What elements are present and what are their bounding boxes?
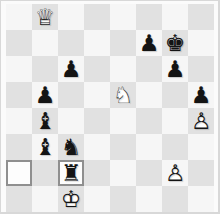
square-d3[interactable] — [84, 134, 110, 160]
square-h7[interactable] — [188, 30, 214, 56]
square-g5[interactable] — [162, 82, 188, 108]
square-c8[interactable] — [58, 4, 84, 30]
square-f6[interactable] — [136, 56, 162, 82]
piece-black-pawn[interactable]: ♟ — [32, 82, 58, 108]
square-d8[interactable] — [84, 4, 110, 30]
white-piece-outline-layer: ♙ — [162, 160, 188, 186]
square-e4[interactable] — [110, 108, 136, 134]
square-c1[interactable]: ♚♔ — [58, 186, 84, 212]
chess-panel: ♛♕♟♚♟♟♟♞♘♟♝♟♙♝♞♜♟♙♚♔ — [0, 0, 220, 214]
square-a5[interactable] — [6, 82, 32, 108]
square-h5[interactable]: ♟ — [188, 82, 214, 108]
piece-white-king[interactable]: ♚♔ — [58, 186, 84, 212]
black-piece-glyph: ♟ — [162, 56, 188, 82]
piece-white-pawn[interactable]: ♟♙ — [188, 108, 214, 134]
black-piece-glyph: ♟ — [58, 56, 84, 82]
square-d6[interactable] — [84, 56, 110, 82]
square-d4[interactable] — [84, 108, 110, 134]
white-piece-outline-layer: ♕ — [32, 4, 58, 30]
square-g3[interactable] — [162, 134, 188, 160]
chess-board: ♛♕♟♚♟♟♟♞♘♟♝♟♙♝♞♜♟♙♚♔ — [6, 4, 214, 212]
square-e5[interactable]: ♞♘ — [110, 82, 136, 108]
white-piece-outline-layer: ♘ — [110, 82, 136, 108]
black-piece-glyph: ♝ — [32, 134, 58, 160]
square-c7[interactable] — [58, 30, 84, 56]
square-d2[interactable] — [84, 160, 110, 186]
square-g7[interactable]: ♚ — [162, 30, 188, 56]
black-piece-glyph: ♝ — [32, 108, 58, 134]
square-c4[interactable] — [58, 108, 84, 134]
square-h3[interactable] — [188, 134, 214, 160]
square-g8[interactable] — [162, 4, 188, 30]
square-e3[interactable] — [110, 134, 136, 160]
square-d5[interactable] — [84, 82, 110, 108]
square-a3[interactable] — [6, 134, 32, 160]
black-piece-glyph: ♟ — [188, 82, 214, 108]
white-piece-outline-layer: ♔ — [58, 186, 84, 212]
square-a2[interactable] — [6, 160, 32, 186]
piece-black-king[interactable]: ♚ — [162, 30, 188, 56]
square-f2[interactable] — [136, 160, 162, 186]
white-piece-outline-layer: ♙ — [188, 108, 214, 134]
square-f4[interactable] — [136, 108, 162, 134]
square-a4[interactable] — [6, 108, 32, 134]
square-h1[interactable] — [188, 186, 214, 212]
square-h4[interactable]: ♟♙ — [188, 108, 214, 134]
square-f3[interactable] — [136, 134, 162, 160]
square-f5[interactable] — [136, 82, 162, 108]
square-b5[interactable]: ♟ — [32, 82, 58, 108]
square-b7[interactable] — [32, 30, 58, 56]
square-e8[interactable] — [110, 4, 136, 30]
piece-black-bishop[interactable]: ♝ — [32, 108, 58, 134]
square-g6[interactable]: ♟ — [162, 56, 188, 82]
black-piece-glyph: ♜ — [58, 160, 84, 186]
square-c5[interactable] — [58, 82, 84, 108]
square-f8[interactable] — [136, 4, 162, 30]
piece-black-knight[interactable]: ♞ — [58, 134, 84, 160]
square-b6[interactable] — [32, 56, 58, 82]
square-e6[interactable] — [110, 56, 136, 82]
square-a7[interactable] — [6, 30, 32, 56]
piece-black-rook[interactable]: ♜ — [58, 160, 84, 186]
black-piece-glyph: ♞ — [58, 134, 84, 160]
piece-white-pawn[interactable]: ♟♙ — [162, 160, 188, 186]
square-e7[interactable] — [110, 30, 136, 56]
square-d7[interactable] — [84, 30, 110, 56]
black-piece-glyph: ♚ — [162, 30, 188, 56]
piece-white-queen[interactable]: ♛♕ — [32, 4, 58, 30]
piece-white-knight[interactable]: ♞♘ — [110, 82, 136, 108]
piece-black-pawn[interactable]: ♟ — [136, 30, 162, 56]
piece-black-pawn[interactable]: ♟ — [188, 82, 214, 108]
square-b1[interactable] — [32, 186, 58, 212]
square-g1[interactable] — [162, 186, 188, 212]
square-h8[interactable] — [188, 4, 214, 30]
square-b3[interactable]: ♝ — [32, 134, 58, 160]
square-d1[interactable] — [84, 186, 110, 212]
square-a1[interactable] — [6, 186, 32, 212]
square-g4[interactable] — [162, 108, 188, 134]
square-a6[interactable] — [6, 56, 32, 82]
black-piece-glyph: ♟ — [32, 82, 58, 108]
black-piece-glyph: ♟ — [136, 30, 162, 56]
square-g2[interactable]: ♟♙ — [162, 160, 188, 186]
piece-black-bishop[interactable]: ♝ — [32, 134, 58, 160]
square-c6[interactable]: ♟ — [58, 56, 84, 82]
square-f1[interactable] — [136, 186, 162, 212]
square-c3[interactable]: ♞ — [58, 134, 84, 160]
square-b8[interactable]: ♛♕ — [32, 4, 58, 30]
square-h2[interactable] — [188, 160, 214, 186]
square-c2[interactable]: ♜ — [58, 160, 84, 186]
piece-black-pawn[interactable]: ♟ — [58, 56, 84, 82]
square-b4[interactable]: ♝ — [32, 108, 58, 134]
square-e1[interactable] — [110, 186, 136, 212]
square-b2[interactable] — [32, 160, 58, 186]
square-e2[interactable] — [110, 160, 136, 186]
piece-black-pawn[interactable]: ♟ — [162, 56, 188, 82]
square-h6[interactable] — [188, 56, 214, 82]
square-f7[interactable]: ♟ — [136, 30, 162, 56]
square-a8[interactable] — [6, 4, 32, 30]
